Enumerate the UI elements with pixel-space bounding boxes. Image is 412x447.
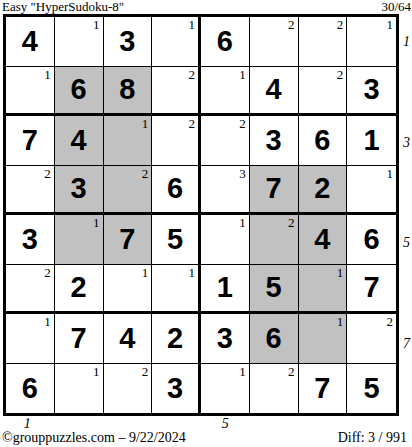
cell-r2c5[interactable]: 1 bbox=[201, 67, 250, 117]
row-label-right-5: 5 bbox=[403, 236, 410, 250]
given-digit: 1 bbox=[364, 126, 380, 155]
puzzle-page: Easy "HyperSudoku-8" 30/64 4131622116821… bbox=[0, 0, 412, 447]
cell-r3c1[interactable]: 7 bbox=[6, 116, 55, 166]
pencil-mark: 1 bbox=[337, 315, 344, 328]
cell-r4c2[interactable]: 3 bbox=[55, 166, 104, 216]
puzzle-title: Easy "HyperSudoku-8" bbox=[2, 0, 124, 13]
cell-r4c4[interactable]: 6 bbox=[152, 166, 201, 216]
pencil-mark: 2 bbox=[142, 365, 149, 378]
cell-r4c6[interactable]: 7 bbox=[250, 166, 299, 216]
cell-r2c8[interactable]: 3 bbox=[347, 67, 396, 117]
pencil-mark: 1 bbox=[239, 68, 246, 81]
cell-r8c5[interactable]: 1 bbox=[201, 364, 250, 414]
pencil-mark: 2 bbox=[189, 68, 196, 81]
col-label-bottom-1: 1 bbox=[24, 417, 31, 431]
pencil-mark: 2 bbox=[239, 117, 246, 130]
given-digit: 3 bbox=[217, 324, 233, 353]
given-digit: 3 bbox=[119, 27, 135, 56]
cell-r6c3[interactable]: 1 bbox=[104, 265, 153, 315]
cell-r6c7[interactable]: 1 bbox=[299, 265, 348, 315]
pencil-mark: 1 bbox=[337, 266, 344, 279]
cell-r5c8[interactable]: 6 bbox=[347, 215, 396, 265]
cell-r1c2[interactable]: 1 bbox=[55, 17, 104, 67]
cell-r2c3[interactable]: 8 bbox=[104, 67, 153, 117]
cell-r5c4[interactable]: 5 bbox=[152, 215, 201, 265]
cell-r1c4[interactable]: 1 bbox=[152, 17, 201, 67]
cell-r1c8[interactable]: 1 bbox=[347, 17, 396, 67]
given-digit: 7 bbox=[119, 225, 135, 254]
cell-r6c5[interactable]: 1 bbox=[201, 265, 250, 315]
cell-r1c5[interactable]: 6 bbox=[201, 17, 250, 67]
given-digit: 6 bbox=[71, 75, 87, 104]
cell-r3c7[interactable]: 6 bbox=[299, 116, 348, 166]
cell-r8c8[interactable]: 5 bbox=[347, 364, 396, 414]
cell-r3c6[interactable]: 3 bbox=[250, 116, 299, 166]
given-digit: 4 bbox=[266, 75, 282, 104]
copyright-text: ©grouppuzzles.com – 9/22/2024 bbox=[2, 430, 186, 445]
cell-r1c6[interactable]: 2 bbox=[250, 17, 299, 67]
pencil-mark: 2 bbox=[387, 315, 394, 328]
cell-r2c6[interactable]: 4 bbox=[250, 67, 299, 117]
cell-r7c7[interactable]: 1 bbox=[299, 314, 348, 364]
cell-r8c2[interactable]: 1 bbox=[55, 364, 104, 414]
given-digit: 4 bbox=[314, 225, 330, 254]
cell-r8c4[interactable]: 3 bbox=[152, 364, 201, 414]
cell-r4c5[interactable]: 3 bbox=[201, 166, 250, 216]
pencil-mark: 1 bbox=[142, 266, 149, 279]
cell-r6c8[interactable]: 7 bbox=[347, 265, 396, 315]
cell-r6c2[interactable]: 2 bbox=[55, 265, 104, 315]
cell-r2c4[interactable]: 2 bbox=[152, 67, 201, 117]
given-digit: 3 bbox=[364, 75, 380, 104]
given-digit: 7 bbox=[266, 174, 282, 203]
cell-r5c5[interactable]: 1 bbox=[201, 215, 250, 265]
pencil-mark: 1 bbox=[93, 216, 100, 229]
cell-r2c1[interactable]: 1 bbox=[6, 67, 55, 117]
given-digit: 7 bbox=[71, 324, 87, 353]
row-label-right-7: 7 bbox=[403, 337, 410, 351]
cell-r5c3[interactable]: 7 bbox=[104, 215, 153, 265]
given-digit: 4 bbox=[119, 324, 135, 353]
pencil-mark: 2 bbox=[44, 266, 51, 279]
cell-r4c7[interactable]: 2 bbox=[299, 166, 348, 216]
cell-r1c1[interactable]: 4 bbox=[6, 17, 55, 67]
col-label-bottom-5: 5 bbox=[222, 417, 229, 431]
given-digit: 5 bbox=[167, 225, 183, 254]
row-label-right-1: 1 bbox=[403, 35, 410, 49]
pencil-mark: 2 bbox=[44, 167, 51, 180]
footer: ©grouppuzzles.com – 9/22/2024 Diff: 3 / … bbox=[2, 430, 407, 445]
given-digit: 7 bbox=[364, 273, 380, 302]
cell-r5c2[interactable]: 1 bbox=[55, 215, 104, 265]
cell-r8c1[interactable]: 6 bbox=[6, 364, 55, 414]
cell-r2c2[interactable]: 6 bbox=[55, 67, 104, 117]
header: Easy "HyperSudoku-8" 30/64 bbox=[2, 0, 411, 13]
given-digit: 1 bbox=[217, 273, 233, 302]
given-digit: 6 bbox=[22, 374, 38, 403]
cell-r7c5[interactable]: 3 bbox=[201, 314, 250, 364]
cell-r6c1[interactable]: 2 bbox=[6, 265, 55, 315]
given-digit: 5 bbox=[266, 273, 282, 302]
pencil-mark: 1 bbox=[239, 216, 246, 229]
given-digit: 5 bbox=[364, 374, 380, 403]
given-digit: 3 bbox=[71, 174, 87, 203]
cell-r7c8[interactable]: 2 bbox=[347, 314, 396, 364]
given-digit: 6 bbox=[167, 174, 183, 203]
pencil-mark: 2 bbox=[142, 167, 149, 180]
cell-r4c3[interactable]: 2 bbox=[104, 166, 153, 216]
given-digit: 2 bbox=[314, 174, 330, 203]
pencil-mark: 2 bbox=[189, 117, 196, 130]
given-digit: 6 bbox=[266, 324, 282, 353]
pencil-mark: 2 bbox=[288, 365, 295, 378]
cell-r3c8[interactable]: 1 bbox=[347, 116, 396, 166]
cell-r8c7[interactable]: 7 bbox=[299, 364, 348, 414]
pencil-mark: 3 bbox=[239, 167, 246, 180]
given-digit: 2 bbox=[167, 324, 183, 353]
difficulty-text: Diff: 3 / 991 bbox=[338, 430, 407, 445]
pencil-mark: 1 bbox=[387, 167, 394, 180]
given-digit: 6 bbox=[314, 126, 330, 155]
given-digit: 2 bbox=[71, 273, 87, 302]
sudoku-board: 4131622116821423741223612326372131751246… bbox=[3, 14, 399, 416]
cell-r5c1[interactable]: 3 bbox=[6, 215, 55, 265]
pencil-mark: 2 bbox=[337, 18, 344, 31]
cell-r8c6[interactable]: 2 bbox=[250, 364, 299, 414]
given-digit: 4 bbox=[22, 27, 38, 56]
cell-r1c3[interactable]: 3 bbox=[104, 17, 153, 67]
cell-r7c3[interactable]: 4 bbox=[104, 314, 153, 364]
given-digit: 6 bbox=[364, 225, 380, 254]
cell-r3c2[interactable]: 4 bbox=[55, 116, 104, 166]
pencil-mark: 1 bbox=[93, 365, 100, 378]
cell-r3c4[interactable]: 2 bbox=[152, 116, 201, 166]
given-digit: 8 bbox=[119, 75, 135, 104]
pencil-mark: 1 bbox=[239, 365, 246, 378]
cell-r2c7[interactable]: 2 bbox=[299, 67, 348, 117]
cell-r5c6[interactable]: 2 bbox=[250, 215, 299, 265]
pencil-mark: 1 bbox=[93, 18, 100, 31]
clue-counter: 30/64 bbox=[381, 0, 411, 13]
pencil-mark: 2 bbox=[337, 68, 344, 81]
given-digit: 7 bbox=[314, 374, 330, 403]
cell-r7c6[interactable]: 6 bbox=[250, 314, 299, 364]
cell-r7c2[interactable]: 7 bbox=[55, 314, 104, 364]
cell-r4c8[interactable]: 1 bbox=[347, 166, 396, 216]
cell-r1c7[interactable]: 2 bbox=[299, 17, 348, 67]
given-digit: 4 bbox=[71, 126, 87, 155]
cell-r8c3[interactable]: 2 bbox=[104, 364, 153, 414]
given-digit: 7 bbox=[22, 126, 38, 155]
cell-r6c4[interactable]: 1 bbox=[152, 265, 201, 315]
cell-r6c6[interactable]: 5 bbox=[250, 265, 299, 315]
pencil-mark: 1 bbox=[44, 68, 51, 81]
given-digit: 3 bbox=[167, 374, 183, 403]
pencil-mark: 1 bbox=[387, 18, 394, 31]
cell-r7c4[interactable]: 2 bbox=[152, 314, 201, 364]
pencil-mark: 2 bbox=[288, 216, 295, 229]
pencil-mark: 1 bbox=[189, 266, 196, 279]
given-digit: 3 bbox=[22, 225, 38, 254]
given-digit: 3 bbox=[266, 126, 282, 155]
pencil-mark: 1 bbox=[189, 18, 196, 31]
cell-r4c1[interactable]: 2 bbox=[6, 166, 55, 216]
pencil-mark: 2 bbox=[288, 18, 295, 31]
cell-r7c1[interactable]: 1 bbox=[6, 314, 55, 364]
cell-r3c5[interactable]: 2 bbox=[201, 116, 250, 166]
cell-r3c3[interactable]: 1 bbox=[104, 116, 153, 166]
cell-r5c7[interactable]: 4 bbox=[299, 215, 348, 265]
row-label-right-3: 3 bbox=[403, 136, 410, 150]
given-digit: 6 bbox=[217, 27, 233, 56]
pencil-mark: 1 bbox=[142, 117, 149, 130]
pencil-mark: 1 bbox=[44, 315, 51, 328]
